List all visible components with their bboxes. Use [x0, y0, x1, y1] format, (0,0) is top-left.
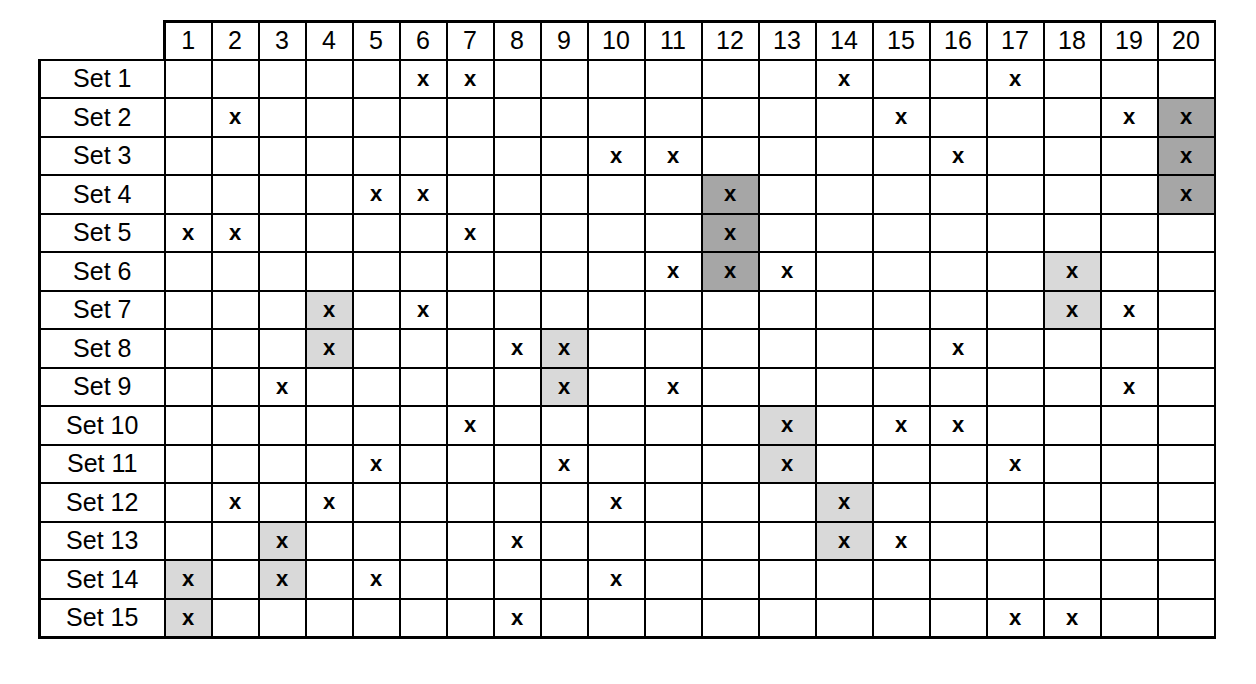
column-header-17: 17: [987, 22, 1044, 60]
cell-r10c18: [1044, 406, 1101, 445]
cell-r13c13: [759, 522, 816, 561]
cell-r1c15: [873, 60, 930, 99]
cell-r11c12: [702, 445, 759, 484]
cell-r14c3: x: [259, 560, 306, 599]
table-row-6: Set 6xxxx: [40, 252, 1215, 291]
cell-r12c2: x: [212, 483, 259, 522]
cell-r13c10: [588, 522, 645, 561]
cell-r5c8: [494, 214, 541, 253]
cell-r1c8: [494, 60, 541, 99]
cell-r14c4: [306, 560, 353, 599]
cell-r10c19: [1101, 406, 1158, 445]
column-header-14: 14: [816, 22, 873, 60]
cell-r3c13: [759, 137, 816, 176]
cell-r10c6: [400, 406, 447, 445]
cell-r8c17: [987, 329, 1044, 368]
cell-r14c18: [1044, 560, 1101, 599]
cell-r10c8: [494, 406, 541, 445]
column-header-7: 7: [447, 22, 494, 60]
cell-r5c2: x: [212, 214, 259, 253]
cell-r1c20: [1158, 60, 1215, 99]
column-header-18: 18: [1044, 22, 1101, 60]
cell-r9c17: [987, 368, 1044, 407]
cell-r4c7: [447, 175, 494, 214]
cell-r12c11: [645, 483, 702, 522]
cell-r7c15: [873, 291, 930, 330]
cell-r13c18: [1044, 522, 1101, 561]
column-header-10: 10: [588, 22, 645, 60]
cell-r2c17: [987, 98, 1044, 137]
cell-r11c7: [447, 445, 494, 484]
cell-r14c14: [816, 560, 873, 599]
cell-r15c5: [353, 599, 400, 638]
cell-r14c15: [873, 560, 930, 599]
row-label-8: Set 8: [40, 329, 165, 368]
cell-r9c11: x: [645, 368, 702, 407]
cell-r9c13: [759, 368, 816, 407]
row-label-10: Set 10: [40, 406, 165, 445]
cell-r9c19: x: [1101, 368, 1158, 407]
table-row-4: Set 4xxxx: [40, 175, 1215, 214]
cell-r6c10: [588, 252, 645, 291]
cell-r2c14: [816, 98, 873, 137]
cell-r13c17: [987, 522, 1044, 561]
column-header-6: 6: [400, 22, 447, 60]
cell-r9c12: [702, 368, 759, 407]
cell-r10c17: [987, 406, 1044, 445]
cell-r11c5: x: [353, 445, 400, 484]
cell-r4c11: [645, 175, 702, 214]
table-row-13: Set 13xxxx: [40, 522, 1215, 561]
cell-r5c16: [930, 214, 987, 253]
cell-r1c6: x: [400, 60, 447, 99]
cell-r3c4: [306, 137, 353, 176]
cell-r2c8: [494, 98, 541, 137]
cell-r13c15: x: [873, 522, 930, 561]
cell-r10c7: x: [447, 406, 494, 445]
cell-r5c6: [400, 214, 447, 253]
cell-r12c8: [494, 483, 541, 522]
cell-r12c12: [702, 483, 759, 522]
cell-r1c18: [1044, 60, 1101, 99]
cell-r4c14: [816, 175, 873, 214]
cell-r7c17: [987, 291, 1044, 330]
cell-r11c17: x: [987, 445, 1044, 484]
cell-r11c2: [212, 445, 259, 484]
cell-r13c14: x: [816, 522, 873, 561]
cell-r7c8: [494, 291, 541, 330]
cell-r4c15: [873, 175, 930, 214]
row-label-2: Set 2: [40, 98, 165, 137]
cell-r7c2: [212, 291, 259, 330]
cell-r3c8: [494, 137, 541, 176]
cell-r4c9: [541, 175, 588, 214]
cell-r13c16: [930, 522, 987, 561]
cell-r11c18: [1044, 445, 1101, 484]
cell-r14c17: [987, 560, 1044, 599]
cell-r1c16: [930, 60, 987, 99]
cell-r11c1: [165, 445, 212, 484]
cell-r7c19: x: [1101, 291, 1158, 330]
cell-r12c6: [400, 483, 447, 522]
row-label-11: Set 11: [40, 445, 165, 484]
cell-r3c1: [165, 137, 212, 176]
cell-r14c7: [447, 560, 494, 599]
cell-r14c13: [759, 560, 816, 599]
cell-r6c16: [930, 252, 987, 291]
cell-r4c20: x: [1158, 175, 1215, 214]
cell-r15c1: x: [165, 599, 212, 638]
cell-r7c14: [816, 291, 873, 330]
cell-r1c7: x: [447, 60, 494, 99]
cell-r13c9: [541, 522, 588, 561]
cell-r9c16: [930, 368, 987, 407]
cell-r8c9: x: [541, 329, 588, 368]
cell-r10c13: x: [759, 406, 816, 445]
cell-r7c7: [447, 291, 494, 330]
cell-r8c8: x: [494, 329, 541, 368]
cell-r13c3: x: [259, 522, 306, 561]
cell-r12c14: x: [816, 483, 873, 522]
cell-r15c15: [873, 599, 930, 638]
cell-r4c8: [494, 175, 541, 214]
table-row-12: Set 12xxxx: [40, 483, 1215, 522]
cell-r14c10: x: [588, 560, 645, 599]
cell-r13c2: [212, 522, 259, 561]
cell-r8c11: [645, 329, 702, 368]
cell-r3c16: x: [930, 137, 987, 176]
page-canvas: 1234567891011121314151617181920Set 1xxxx…: [0, 0, 1256, 684]
cell-r8c5: [353, 329, 400, 368]
cell-r1c4: [306, 60, 353, 99]
cell-r12c3: [259, 483, 306, 522]
cell-r10c2: [212, 406, 259, 445]
cell-r10c1: [165, 406, 212, 445]
cell-r2c1: [165, 98, 212, 137]
column-header-13: 13: [759, 22, 816, 60]
cell-r13c1: [165, 522, 212, 561]
cell-r9c8: [494, 368, 541, 407]
cell-r1c1: [165, 60, 212, 99]
cell-r3c3: [259, 137, 306, 176]
cell-r2c10: [588, 98, 645, 137]
cell-r2c18: [1044, 98, 1101, 137]
cell-r6c11: x: [645, 252, 702, 291]
row-label-3: Set 3: [40, 137, 165, 176]
cell-r2c16: [930, 98, 987, 137]
cell-r14c9: [541, 560, 588, 599]
cell-r12c4: x: [306, 483, 353, 522]
column-header-2: 2: [212, 22, 259, 60]
column-header-5: 5: [353, 22, 400, 60]
cell-r15c19: [1101, 599, 1158, 638]
table-row-15: Set 15xxxx: [40, 599, 1215, 638]
cell-r5c9: [541, 214, 588, 253]
cell-r11c15: [873, 445, 930, 484]
column-header-12: 12: [702, 22, 759, 60]
cell-r3c19: [1101, 137, 1158, 176]
cell-r4c10: [588, 175, 645, 214]
cell-r7c10: [588, 291, 645, 330]
cell-r1c11: [645, 60, 702, 99]
cell-r15c11: [645, 599, 702, 638]
cell-r8c15: [873, 329, 930, 368]
column-header-19: 19: [1101, 22, 1158, 60]
cell-r7c3: [259, 291, 306, 330]
cell-r15c2: [212, 599, 259, 638]
cell-r11c9: x: [541, 445, 588, 484]
cell-r6c2: [212, 252, 259, 291]
cell-r7c4: x: [306, 291, 353, 330]
cell-r10c11: [645, 406, 702, 445]
cell-r11c19: [1101, 445, 1158, 484]
table-row-9: Set 9xxxx: [40, 368, 1215, 407]
column-header-1: 1: [165, 22, 212, 60]
cell-r15c8: x: [494, 599, 541, 638]
cell-r11c10: [588, 445, 645, 484]
row-label-13: Set 13: [40, 522, 165, 561]
table-row-10: Set 10xxxx: [40, 406, 1215, 445]
cell-r7c18: x: [1044, 291, 1101, 330]
cell-r6c6: [400, 252, 447, 291]
table-row-3: Set 3xxxx: [40, 137, 1215, 176]
cell-r9c7: [447, 368, 494, 407]
row-label-1: Set 1: [40, 60, 165, 99]
cell-r9c6: [400, 368, 447, 407]
cell-r13c7: [447, 522, 494, 561]
cell-r14c11: [645, 560, 702, 599]
cell-r5c17: [987, 214, 1044, 253]
cell-r1c3: [259, 60, 306, 99]
cell-r13c19: [1101, 522, 1158, 561]
cell-r1c12: [702, 60, 759, 99]
cell-r9c20: [1158, 368, 1215, 407]
cell-r14c5: x: [353, 560, 400, 599]
cell-r13c6: [400, 522, 447, 561]
column-header-4: 4: [306, 22, 353, 60]
cell-r14c1: x: [165, 560, 212, 599]
cell-r5c19: [1101, 214, 1158, 253]
cell-r10c12: [702, 406, 759, 445]
cell-r13c4: [306, 522, 353, 561]
cell-r6c13: x: [759, 252, 816, 291]
cell-r1c17: x: [987, 60, 1044, 99]
cell-r8c1: [165, 329, 212, 368]
column-header-9: 9: [541, 22, 588, 60]
cell-r2c2: x: [212, 98, 259, 137]
table-row-7: Set 7xxxx: [40, 291, 1215, 330]
cell-r6c20: [1158, 252, 1215, 291]
cell-r2c13: [759, 98, 816, 137]
cell-r8c10: [588, 329, 645, 368]
cell-r12c17: [987, 483, 1044, 522]
cell-r4c19: [1101, 175, 1158, 214]
cell-r14c6: [400, 560, 447, 599]
table-row-8: Set 8xxxx: [40, 329, 1215, 368]
row-label-6: Set 6: [40, 252, 165, 291]
column-header-16: 16: [930, 22, 987, 60]
row-label-7: Set 7: [40, 291, 165, 330]
cell-r12c16: [930, 483, 987, 522]
cell-r6c7: [447, 252, 494, 291]
cell-r15c17: x: [987, 599, 1044, 638]
cell-r3c10: x: [588, 137, 645, 176]
row-label-5: Set 5: [40, 214, 165, 253]
cell-r8c13: [759, 329, 816, 368]
cell-r10c9: [541, 406, 588, 445]
cell-r11c11: [645, 445, 702, 484]
cell-r2c4: [306, 98, 353, 137]
cell-r8c4: x: [306, 329, 353, 368]
cell-r12c18: [1044, 483, 1101, 522]
cell-r5c15: [873, 214, 930, 253]
cell-r8c19: [1101, 329, 1158, 368]
cell-r2c9: [541, 98, 588, 137]
cell-r8c7: [447, 329, 494, 368]
row-label-12: Set 12: [40, 483, 165, 522]
cell-r15c10: [588, 599, 645, 638]
cell-r5c3: [259, 214, 306, 253]
sets-table: 1234567891011121314151617181920Set 1xxxx…: [38, 20, 1216, 639]
row-label-14: Set 14: [40, 560, 165, 599]
cell-r6c9: [541, 252, 588, 291]
cell-r7c13: [759, 291, 816, 330]
cell-r8c18: [1044, 329, 1101, 368]
cell-r2c7: [447, 98, 494, 137]
cell-r7c12: [702, 291, 759, 330]
cell-r13c11: [645, 522, 702, 561]
cell-r1c13: [759, 60, 816, 99]
cell-r15c4: [306, 599, 353, 638]
cell-r12c7: [447, 483, 494, 522]
cell-r9c9: x: [541, 368, 588, 407]
cell-r9c1: [165, 368, 212, 407]
cell-r2c15: x: [873, 98, 930, 137]
cell-r5c18: [1044, 214, 1101, 253]
cell-r4c12: x: [702, 175, 759, 214]
cell-r6c1: [165, 252, 212, 291]
cell-r4c13: [759, 175, 816, 214]
column-header-20: 20: [1158, 22, 1215, 60]
cell-r6c14: [816, 252, 873, 291]
cell-r15c16: [930, 599, 987, 638]
cell-r6c17: [987, 252, 1044, 291]
cell-r11c20: [1158, 445, 1215, 484]
cell-r5c12: x: [702, 214, 759, 253]
cell-r2c12: [702, 98, 759, 137]
cell-r15c18: x: [1044, 599, 1101, 638]
cell-r3c7: [447, 137, 494, 176]
cell-r1c5: [353, 60, 400, 99]
cell-r5c20: [1158, 214, 1215, 253]
cell-r1c10: [588, 60, 645, 99]
table-row-14: Set 14xxxx: [40, 560, 1215, 599]
cell-r5c7: x: [447, 214, 494, 253]
cell-r8c6: [400, 329, 447, 368]
cell-r12c1: [165, 483, 212, 522]
cell-r2c11: [645, 98, 702, 137]
cell-r15c3: [259, 599, 306, 638]
cell-r14c16: [930, 560, 987, 599]
cell-r6c15: [873, 252, 930, 291]
cell-r2c3: [259, 98, 306, 137]
cell-r4c16: [930, 175, 987, 214]
cell-r5c11: [645, 214, 702, 253]
corner-cell: [40, 22, 165, 60]
column-header-3: 3: [259, 22, 306, 60]
cell-r5c14: [816, 214, 873, 253]
cell-r3c11: x: [645, 137, 702, 176]
cell-r7c1: [165, 291, 212, 330]
cell-r5c10: [588, 214, 645, 253]
cell-r10c10: [588, 406, 645, 445]
cell-r6c18: x: [1044, 252, 1101, 291]
cell-r3c9: [541, 137, 588, 176]
cell-r11c6: [400, 445, 447, 484]
cell-r9c2: [212, 368, 259, 407]
table-row-5: Set 5xxxx: [40, 214, 1215, 253]
cell-r3c15: [873, 137, 930, 176]
table-row-2: Set 2xxxx: [40, 98, 1215, 137]
cell-r1c19: [1101, 60, 1158, 99]
cell-r4c2: [212, 175, 259, 214]
cell-r3c17: [987, 137, 1044, 176]
cell-r6c12: x: [702, 252, 759, 291]
cell-r9c14: [816, 368, 873, 407]
cell-r4c18: [1044, 175, 1101, 214]
cell-r14c2: [212, 560, 259, 599]
column-header-8: 8: [494, 22, 541, 60]
cell-r8c14: [816, 329, 873, 368]
cell-r4c3: [259, 175, 306, 214]
cell-r3c18: [1044, 137, 1101, 176]
cell-r10c14: [816, 406, 873, 445]
cell-r14c12: [702, 560, 759, 599]
cell-r12c20: [1158, 483, 1215, 522]
cell-r15c9: [541, 599, 588, 638]
cell-r4c5: x: [353, 175, 400, 214]
cell-r6c3: [259, 252, 306, 291]
cell-r12c5: [353, 483, 400, 522]
cell-r13c12: [702, 522, 759, 561]
cell-r15c13: [759, 599, 816, 638]
cell-r7c6: x: [400, 291, 447, 330]
cell-r9c5: [353, 368, 400, 407]
cell-r2c6: [400, 98, 447, 137]
cell-r7c20: [1158, 291, 1215, 330]
cell-r12c19: [1101, 483, 1158, 522]
cell-r9c15: [873, 368, 930, 407]
cell-r11c4: [306, 445, 353, 484]
cell-r12c9: [541, 483, 588, 522]
cell-r11c16: [930, 445, 987, 484]
cell-r1c9: [541, 60, 588, 99]
cell-r14c8: [494, 560, 541, 599]
cell-r11c8: [494, 445, 541, 484]
cell-r7c5: [353, 291, 400, 330]
column-header-11: 11: [645, 22, 702, 60]
cell-r15c7: [447, 599, 494, 638]
cell-r8c12: [702, 329, 759, 368]
cell-r3c20: x: [1158, 137, 1215, 176]
cell-r3c2: [212, 137, 259, 176]
cell-r8c20: [1158, 329, 1215, 368]
cell-r6c8: [494, 252, 541, 291]
cell-r15c20: [1158, 599, 1215, 638]
cell-r13c8: x: [494, 522, 541, 561]
cell-r4c17: [987, 175, 1044, 214]
cell-r7c11: [645, 291, 702, 330]
